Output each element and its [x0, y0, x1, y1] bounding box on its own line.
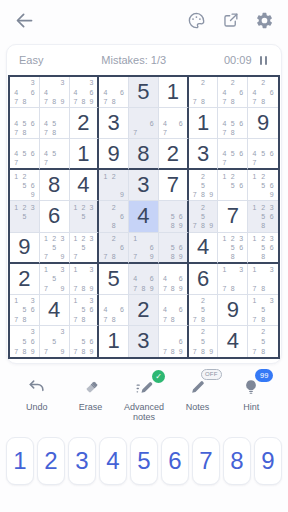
- cell-r7c5[interactable]: 46789: [129, 264, 159, 295]
- cell-r3c7[interactable]: 3: [189, 139, 219, 170]
- cell-r3c9[interactable]: 4567: [248, 139, 278, 170]
- difficulty-label: Easy: [19, 54, 43, 66]
- cell-r4c9[interactable]: 12569: [248, 170, 278, 201]
- cell-value: 3: [197, 143, 209, 165]
- pencil-notes: 3579: [40, 326, 69, 357]
- pencil-notes: 2578: [189, 295, 218, 325]
- cell-r4c1[interactable]: 12569: [10, 170, 40, 201]
- pencil-notes: 4567: [218, 139, 247, 168]
- numpad-3[interactable]: 3: [68, 437, 96, 485]
- cell-value: 1: [197, 112, 209, 134]
- toolbar: Undo Erase ✓ Advanced notes OFF Notes 99…: [10, 376, 278, 423]
- settings-button[interactable]: [255, 11, 274, 33]
- cell-value: 7: [167, 174, 179, 196]
- pencil-notes: 123568: [248, 201, 278, 231]
- pencil-notes: 129: [99, 170, 128, 200]
- numpad-8[interactable]: 8: [223, 437, 251, 485]
- pencil-notes: 45678: [218, 108, 247, 138]
- cell-value: 2: [18, 268, 30, 290]
- hint-button[interactable]: 99 Hint: [224, 376, 278, 423]
- cell-r1c1[interactable]: 34678: [10, 77, 40, 108]
- board-card: Easy Mistakes: 1/3 00:09 346783478934678…: [6, 44, 282, 364]
- cell-r3c8[interactable]: 4567: [218, 139, 248, 170]
- pencil-notes: 1378: [248, 264, 278, 294]
- cell-value: 1: [167, 81, 179, 103]
- numpad-9[interactable]: 9: [254, 437, 282, 485]
- notes-button[interactable]: OFF Notes: [171, 376, 225, 423]
- cell-r3c5[interactable]: 8: [129, 139, 159, 170]
- cell-r9c9[interactable]: 2578: [248, 326, 278, 357]
- cell-r6c3[interactable]: 12357: [70, 233, 100, 264]
- cell-r6c4[interactable]: 2678: [99, 233, 129, 264]
- cell-r8c4[interactable]: 4678: [99, 295, 129, 326]
- pause-button[interactable]: [258, 54, 270, 67]
- cell-r7c7[interactable]: 6: [189, 264, 219, 295]
- cell-r1c5[interactable]: 5: [129, 77, 159, 108]
- pencil-notes: 135678: [10, 295, 39, 325]
- cell-r2c9[interactable]: 9: [248, 108, 278, 139]
- cell-r2c6[interactable]: 467: [159, 108, 189, 139]
- cell-r1c7[interactable]: 278: [189, 77, 219, 108]
- cell-r2c1[interactable]: 45678: [10, 108, 40, 139]
- check-badge: ✓: [152, 370, 165, 383]
- cell-value: 4: [227, 330, 239, 352]
- cell-value: 2: [137, 299, 149, 321]
- pencil-notes: 356789: [10, 326, 39, 357]
- cell-r6c6[interactable]: 5689: [159, 233, 189, 264]
- cell-r9c8[interactable]: 4: [218, 326, 248, 357]
- cell-r8c3[interactable]: 135678: [70, 295, 100, 326]
- numpad-2[interactable]: 2: [37, 437, 65, 485]
- pencil-notes: 12569: [10, 170, 39, 200]
- cell-r7c2[interactable]: 13579: [40, 264, 70, 295]
- pencil-notes: 24678: [248, 77, 278, 107]
- numpad: 123456789: [6, 437, 282, 485]
- cell-r9c2[interactable]: 3579: [40, 326, 70, 357]
- numpad-4[interactable]: 4: [99, 437, 127, 485]
- share-button[interactable]: [221, 11, 240, 33]
- pencil-notes: 5689: [159, 233, 187, 262]
- cell-r8c1[interactable]: 135678: [10, 295, 40, 326]
- cell-r4c7[interactable]: 25789: [189, 170, 219, 201]
- cell-r8c5[interactable]: 2: [129, 295, 159, 326]
- cell-r3c4[interactable]: 9: [99, 139, 129, 170]
- cell-r6c7[interactable]: 4: [189, 233, 219, 264]
- cell-r2c7[interactable]: 1: [189, 108, 219, 139]
- pencil-notes: 123579: [40, 233, 69, 262]
- pencil-notes: 346789: [70, 77, 98, 107]
- cell-r8c9[interactable]: 13578: [248, 295, 278, 326]
- cell-r4c3[interactable]: 4: [70, 170, 100, 201]
- cell-r4c8[interactable]: 1256: [218, 170, 248, 201]
- share-icon: [221, 11, 240, 33]
- hint-label: Hint: [243, 402, 259, 412]
- numpad-1[interactable]: 1: [6, 437, 34, 485]
- pencil-notes: 13789: [70, 264, 98, 294]
- top-bar: [0, 0, 288, 44]
- pencil-notes: 268: [99, 201, 128, 231]
- advanced-notes-label: Advanced notes: [117, 402, 171, 423]
- cell-r6c9[interactable]: 123568: [248, 233, 278, 264]
- cell-r3c2[interactable]: 457: [40, 139, 70, 170]
- cell-r3c6[interactable]: 2: [159, 139, 189, 170]
- cell-r1c8[interactable]: 24678: [218, 77, 248, 108]
- cell-r7c3[interactable]: 13789: [70, 264, 100, 295]
- cell-r7c4[interactable]: 5: [99, 264, 129, 295]
- cell-r2c2[interactable]: 4578: [40, 108, 70, 139]
- cell-r4c5[interactable]: 3: [129, 170, 159, 201]
- cell-value: 1: [108, 330, 120, 352]
- pencil-notes: 4567: [248, 139, 278, 168]
- notes-label: Notes: [186, 402, 210, 412]
- cell-r1c4[interactable]: 4678: [99, 77, 129, 108]
- cell-r7c6[interactable]: 46789: [159, 264, 189, 295]
- pencil-notes: 25789: [189, 170, 218, 200]
- cell-value: 9: [257, 112, 269, 134]
- back-arrow-icon: [14, 10, 35, 34]
- pencil-notes: 123568: [248, 233, 278, 262]
- cell-r5c7[interactable]: 25789: [189, 201, 219, 232]
- cell-value: 4: [137, 205, 149, 227]
- pencil-notes: 12357: [70, 233, 98, 262]
- pencil-notes: 1256: [218, 170, 247, 200]
- cell-value: 7: [227, 205, 239, 227]
- cell-r9c6[interactable]: 6789: [159, 326, 189, 357]
- pencil-notes: 46789: [129, 264, 158, 294]
- cell-value: 9: [108, 143, 120, 165]
- mistakes-counter: Mistakes: 1/3: [101, 54, 166, 66]
- cell-r7c8[interactable]: 1378: [218, 264, 248, 295]
- pencil-notes: 25789: [189, 326, 218, 357]
- pencil-notes: 1679: [129, 233, 158, 262]
- pencil-notes: 4678: [99, 295, 128, 325]
- numpad-6[interactable]: 6: [161, 437, 189, 485]
- pencil-notes: 13578: [248, 295, 278, 325]
- pencil-notes: 135678: [70, 295, 98, 325]
- pause-icon: [260, 56, 263, 65]
- cell-value: 3: [137, 330, 149, 352]
- pencil-notes: 13579: [40, 264, 69, 294]
- cell-r2c3[interactable]: 2: [70, 108, 100, 139]
- pencil-notes: 5689: [159, 201, 187, 231]
- cell-r5c6[interactable]: 5689: [159, 201, 189, 232]
- theme-button[interactable]: [187, 11, 206, 33]
- cell-r2c4[interactable]: 3: [99, 108, 129, 139]
- notes-off-badge: OFF: [201, 369, 222, 380]
- cell-value: 9: [18, 236, 30, 258]
- cell-r2c5[interactable]: 67: [129, 108, 159, 139]
- cell-r1c2[interactable]: 34789: [40, 77, 70, 108]
- eraser-icon: [78, 376, 102, 398]
- cell-value: 8: [48, 174, 60, 196]
- cell-r3c1[interactable]: 4567: [10, 139, 40, 170]
- cell-r5c9[interactable]: 123568: [248, 201, 278, 232]
- cell-value: 5: [108, 268, 120, 290]
- cell-value: 4: [197, 236, 209, 258]
- cell-r5c5[interactable]: 4: [129, 201, 159, 232]
- cell-value: 2: [167, 143, 179, 165]
- cell-r4c6[interactable]: 7: [159, 170, 189, 201]
- cell-r1c3[interactable]: 346789: [70, 77, 100, 108]
- cell-value: 9: [227, 299, 239, 321]
- cell-r8c2[interactable]: 4: [40, 295, 70, 326]
- pencil-notes: 25789: [189, 201, 218, 231]
- cell-r9c1[interactable]: 356789: [10, 326, 40, 357]
- back-button[interactable]: [14, 10, 35, 34]
- pencil-notes: 4678: [159, 295, 187, 325]
- cell-r5c4[interactable]: 268: [99, 201, 129, 232]
- gear-icon: [255, 11, 274, 33]
- pencil-notes: 2578: [248, 326, 278, 357]
- cell-r7c9[interactable]: 1378: [248, 264, 278, 295]
- cell-r6c2[interactable]: 123579: [40, 233, 70, 264]
- cell-r9c3[interactable]: 56789: [70, 326, 100, 357]
- cell-r4c2[interactable]: 8: [40, 170, 70, 201]
- pencil-notes: 4578: [40, 108, 69, 138]
- cell-r5c3[interactable]: 1235: [70, 201, 100, 232]
- pencil-notes: 46789: [159, 264, 187, 294]
- cell-r5c8[interactable]: 7: [218, 201, 248, 232]
- cell-r7c1[interactable]: 2: [10, 264, 40, 295]
- cell-r8c7[interactable]: 2578: [189, 295, 219, 326]
- cell-value: 1: [77, 143, 89, 165]
- cell-value: 4: [77, 174, 89, 196]
- cell-r4c4[interactable]: 129: [99, 170, 129, 201]
- pencil-notes: 4567: [10, 139, 39, 168]
- palette-icon: [187, 11, 206, 33]
- undo-label: Undo: [26, 402, 48, 412]
- numpad-5[interactable]: 5: [130, 437, 158, 485]
- pencil-notes: 4678: [99, 77, 128, 107]
- cell-value: 4: [48, 299, 60, 321]
- cell-r8c6[interactable]: 4678: [159, 295, 189, 326]
- pencil-notes: 56789: [70, 326, 98, 357]
- cell-value: 5: [137, 81, 149, 103]
- cell-r2c8[interactable]: 45678: [218, 108, 248, 139]
- cell-r5c2[interactable]: 6: [40, 201, 70, 232]
- pencil-notes: 1235: [10, 201, 39, 231]
- bulb-icon: 99: [239, 376, 263, 398]
- status-bar: Easy Mistakes: 1/3 00:09: [7, 45, 281, 73]
- advanced-notes-button[interactable]: ✓ Advanced notes: [117, 376, 171, 423]
- pencil-notes: 278: [189, 77, 218, 107]
- pencil-notes: 6789: [159, 326, 187, 357]
- cell-value: 8: [137, 143, 149, 165]
- cell-r9c7[interactable]: 25789: [189, 326, 219, 357]
- cell-r9c4[interactable]: 1: [99, 326, 129, 357]
- cell-value: 2: [77, 112, 89, 134]
- cell-value: 6: [197, 268, 209, 290]
- sudoku-board: 3467834789346789467851278246782467845678…: [8, 75, 280, 359]
- cell-r5c1[interactable]: 1235: [10, 201, 40, 232]
- pencil-notes: 2678: [99, 233, 128, 262]
- pencil-icon: OFF: [186, 376, 210, 398]
- cell-r9c5[interactable]: 3: [129, 326, 159, 357]
- pencil-notes: 45678: [10, 108, 39, 138]
- timer: 00:09: [224, 54, 252, 66]
- cell-r1c9[interactable]: 24678: [248, 77, 278, 108]
- cell-r8c8[interactable]: 9: [218, 295, 248, 326]
- pencil-notes: 1235: [70, 201, 98, 231]
- erase-label: Erase: [79, 402, 103, 412]
- pencil-notes: 12569: [248, 170, 278, 200]
- cell-r6c1[interactable]: 9: [10, 233, 40, 264]
- numpad-7[interactable]: 7: [192, 437, 220, 485]
- cell-value: 6: [48, 205, 60, 227]
- pencil-notes: 123568: [218, 233, 247, 262]
- pencil-notes: 1378: [218, 264, 247, 294]
- pencil-notes: 34678: [10, 77, 39, 107]
- hint-count-badge: 99: [255, 369, 273, 382]
- cell-r6c8[interactable]: 123568: [218, 233, 248, 264]
- pencil-lines-icon: ✓: [132, 376, 156, 398]
- pencil-notes: 67: [129, 108, 158, 138]
- pencil-notes: 24678: [218, 77, 247, 107]
- pencil-notes: 457: [40, 139, 69, 168]
- erase-button[interactable]: Erase: [64, 376, 118, 423]
- cell-r6c5[interactable]: 1679: [129, 233, 159, 264]
- pencil-notes: 34789: [40, 77, 69, 107]
- cell-r1c6[interactable]: 1: [159, 77, 189, 108]
- pencil-notes: 467: [159, 108, 187, 138]
- cell-value: 3: [108, 112, 120, 134]
- cell-value: 3: [137, 174, 149, 196]
- undo-button[interactable]: Undo: [10, 376, 64, 423]
- cell-r3c3[interactable]: 1: [70, 139, 100, 170]
- undo-icon: [25, 376, 49, 398]
